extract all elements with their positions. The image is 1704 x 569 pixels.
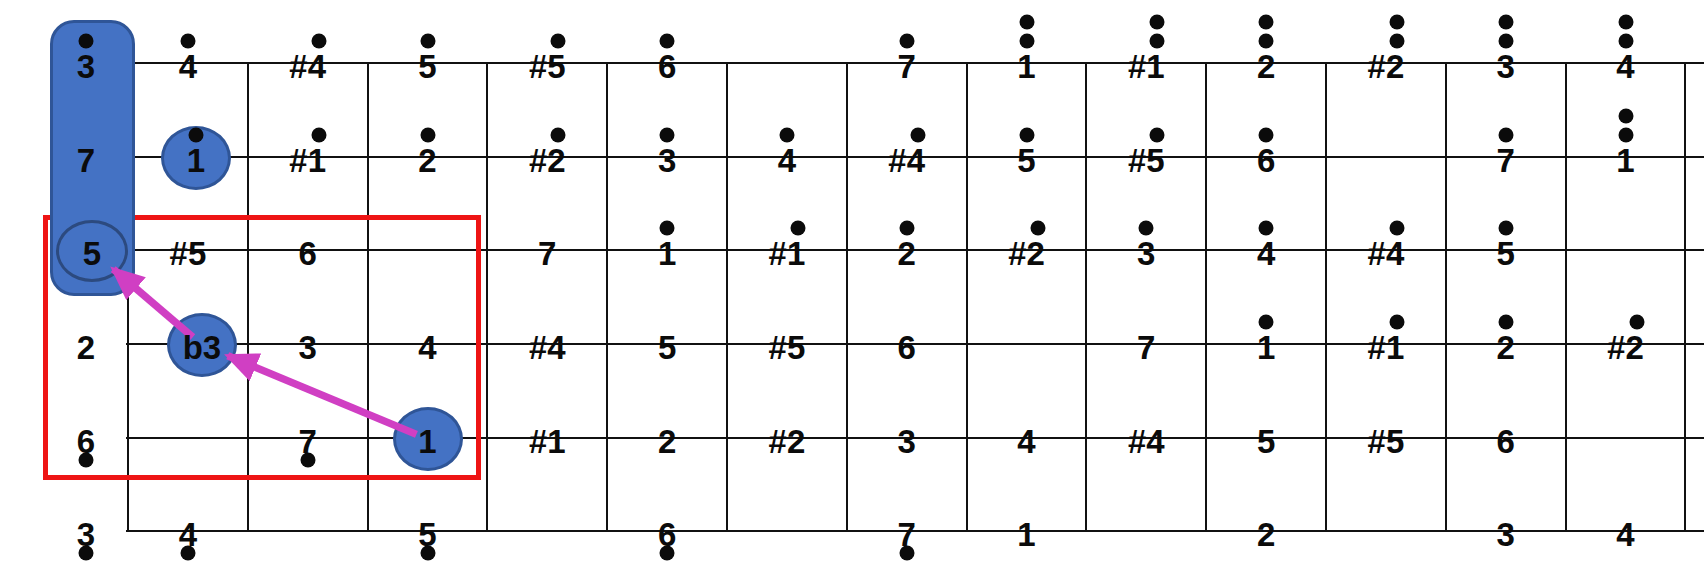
octave-dot-above (1618, 128, 1633, 143)
note-s5-f10: 5 (1257, 425, 1275, 458)
octave-dot-above (1259, 15, 1274, 30)
note-s3-f1: #5 (170, 237, 207, 270)
note-s6-f10: 2 (1257, 518, 1275, 551)
note-s3-f8: #2 (1008, 237, 1045, 270)
note-s1-f4: #5 (529, 50, 566, 83)
note-s4-f6: #5 (769, 331, 806, 364)
note-s4-f11: #1 (1368, 331, 1405, 364)
octave-dot-above (1618, 34, 1633, 49)
note-s2-f6: 4 (778, 144, 796, 177)
note-s2-f5: 3 (658, 144, 676, 177)
note-s2-f3: 2 (418, 144, 436, 177)
octave-dot-below (899, 546, 914, 561)
note-s1-f2: #4 (289, 50, 326, 83)
octave-dot-above (1498, 128, 1513, 143)
octave-dot-above (1019, 34, 1034, 49)
note-s5-f12: 6 (1497, 425, 1515, 458)
note-s2-f7: #4 (888, 144, 925, 177)
note-s4-f2: 3 (299, 331, 317, 364)
octave-dot-above (1498, 315, 1513, 330)
note-s2-f2: #1 (289, 144, 326, 177)
note-s3-f5: 1 (658, 237, 676, 270)
note-s1-f7: 7 (898, 50, 916, 83)
octave-dot-below (300, 453, 315, 468)
note-s2-f1: 1 (187, 144, 205, 177)
octave-dot-above (660, 128, 675, 143)
octave-dot-below (79, 453, 94, 468)
note-s1-f9: #1 (1128, 50, 1165, 83)
note-s1-f12: 3 (1497, 50, 1515, 83)
note-s4-f1: b3 (183, 331, 222, 364)
octave-dot-above (420, 34, 435, 49)
note-s5-f7: 3 (898, 425, 916, 458)
note-s5-f4: #1 (529, 425, 566, 458)
octave-dot-above (1019, 15, 1034, 30)
note-s6-f12: 3 (1497, 518, 1515, 551)
fretboard-diagram: 34#45#5671#12#23471#12#234#45#56715#5671… (0, 0, 1704, 569)
note-s4-f10: 1 (1257, 331, 1275, 364)
note-s5-f3: 1 (418, 425, 436, 458)
arrow-2 (113, 269, 193, 337)
octave-dot-above (899, 221, 914, 236)
note-s1-f13: 4 (1616, 50, 1634, 83)
octave-dot-above (1498, 34, 1513, 49)
octave-dot-above (1150, 15, 1165, 30)
octave-dot-above (1629, 315, 1644, 330)
note-s2-f13: 1 (1616, 144, 1634, 177)
note-s4-f5: 5 (658, 331, 676, 364)
note-s1-f1: 4 (179, 50, 197, 83)
octave-dot-above (1259, 128, 1274, 143)
note-s2-f12: 7 (1497, 144, 1515, 177)
octave-dot-above (1019, 128, 1034, 143)
octave-dot-above (1498, 221, 1513, 236)
note-s5-f9: #4 (1128, 425, 1165, 458)
octave-dot-above (79, 34, 94, 49)
octave-dot-above (1618, 109, 1633, 124)
octave-dot-above (188, 128, 203, 143)
octave-dot-above (1498, 15, 1513, 30)
note-s3-f7: 2 (898, 237, 916, 270)
octave-dot-above (1139, 221, 1154, 236)
note-s2-f9: #5 (1128, 144, 1165, 177)
note-s6-f13: 4 (1616, 518, 1634, 551)
note-s3-f10: 4 (1257, 237, 1275, 270)
octave-dot-above (790, 221, 805, 236)
note-s4-f13: #2 (1607, 331, 1644, 364)
octave-dot-above (420, 128, 435, 143)
note-s3-f6: #1 (769, 237, 806, 270)
note-s3-f9: 3 (1137, 237, 1155, 270)
octave-dot-below (79, 546, 94, 561)
note-s5-f8: 4 (1017, 425, 1035, 458)
octave-dot-above (1259, 315, 1274, 330)
note-s6-f8: 1 (1017, 518, 1035, 551)
octave-dot-above (1389, 15, 1404, 30)
octave-dot-above (1618, 15, 1633, 30)
octave-dot-below (420, 546, 435, 561)
note-s3-f4: 7 (538, 237, 556, 270)
octave-dot-above (1150, 34, 1165, 49)
note-s3-f12: 5 (1497, 237, 1515, 270)
octave-dot-above (899, 34, 914, 49)
note-s1-f10: 2 (1257, 50, 1275, 83)
note-s5-f6: #2 (769, 425, 806, 458)
note-s3-f11: #4 (1368, 237, 1405, 270)
note-s1-f0: 3 (77, 50, 95, 83)
octave-dot-above (1389, 315, 1404, 330)
octave-dot-above (1030, 221, 1045, 236)
octave-dot-above (1259, 221, 1274, 236)
arrow-1 (228, 356, 417, 435)
octave-dot-above (1389, 34, 1404, 49)
octave-dot-above (180, 34, 195, 49)
note-s2-f8: 5 (1017, 144, 1035, 177)
note-s1-f11: #2 (1368, 50, 1405, 83)
note-s1-f3: 5 (418, 50, 436, 83)
octave-dot-above (311, 128, 326, 143)
octave-dot-above (779, 128, 794, 143)
octave-dot-below (660, 546, 675, 561)
octave-dot-above (660, 34, 675, 49)
octave-dot-below (180, 546, 195, 561)
note-s4-f0: 2 (77, 331, 95, 364)
octave-dot-above (551, 128, 566, 143)
note-s4-f9: 7 (1137, 331, 1155, 364)
octave-dot-above (1259, 34, 1274, 49)
note-s4-f7: 6 (898, 331, 916, 364)
octave-dot-above (1150, 128, 1165, 143)
note-s3-f0: 5 (83, 237, 101, 270)
octave-dot-above (660, 221, 675, 236)
note-s5-f5: 2 (658, 425, 676, 458)
note-s2-f0: 7 (77, 144, 95, 177)
note-s1-f8: 1 (1017, 50, 1035, 83)
octave-dot-above (551, 34, 566, 49)
note-s2-f10: 6 (1257, 144, 1275, 177)
note-s4-f3: 4 (418, 331, 436, 364)
note-s1-f5: 6 (658, 50, 676, 83)
note-s5-f11: #5 (1368, 425, 1405, 458)
note-s2-f4: #2 (529, 144, 566, 177)
octave-dot-above (1389, 221, 1404, 236)
voice-leading-arrows (0, 0, 1704, 569)
note-s3-f2: 6 (299, 237, 317, 270)
octave-dot-above (910, 128, 925, 143)
note-s4-f4: #4 (529, 331, 566, 364)
octave-dot-above (311, 34, 326, 49)
note-s4-f12: 2 (1497, 331, 1515, 364)
